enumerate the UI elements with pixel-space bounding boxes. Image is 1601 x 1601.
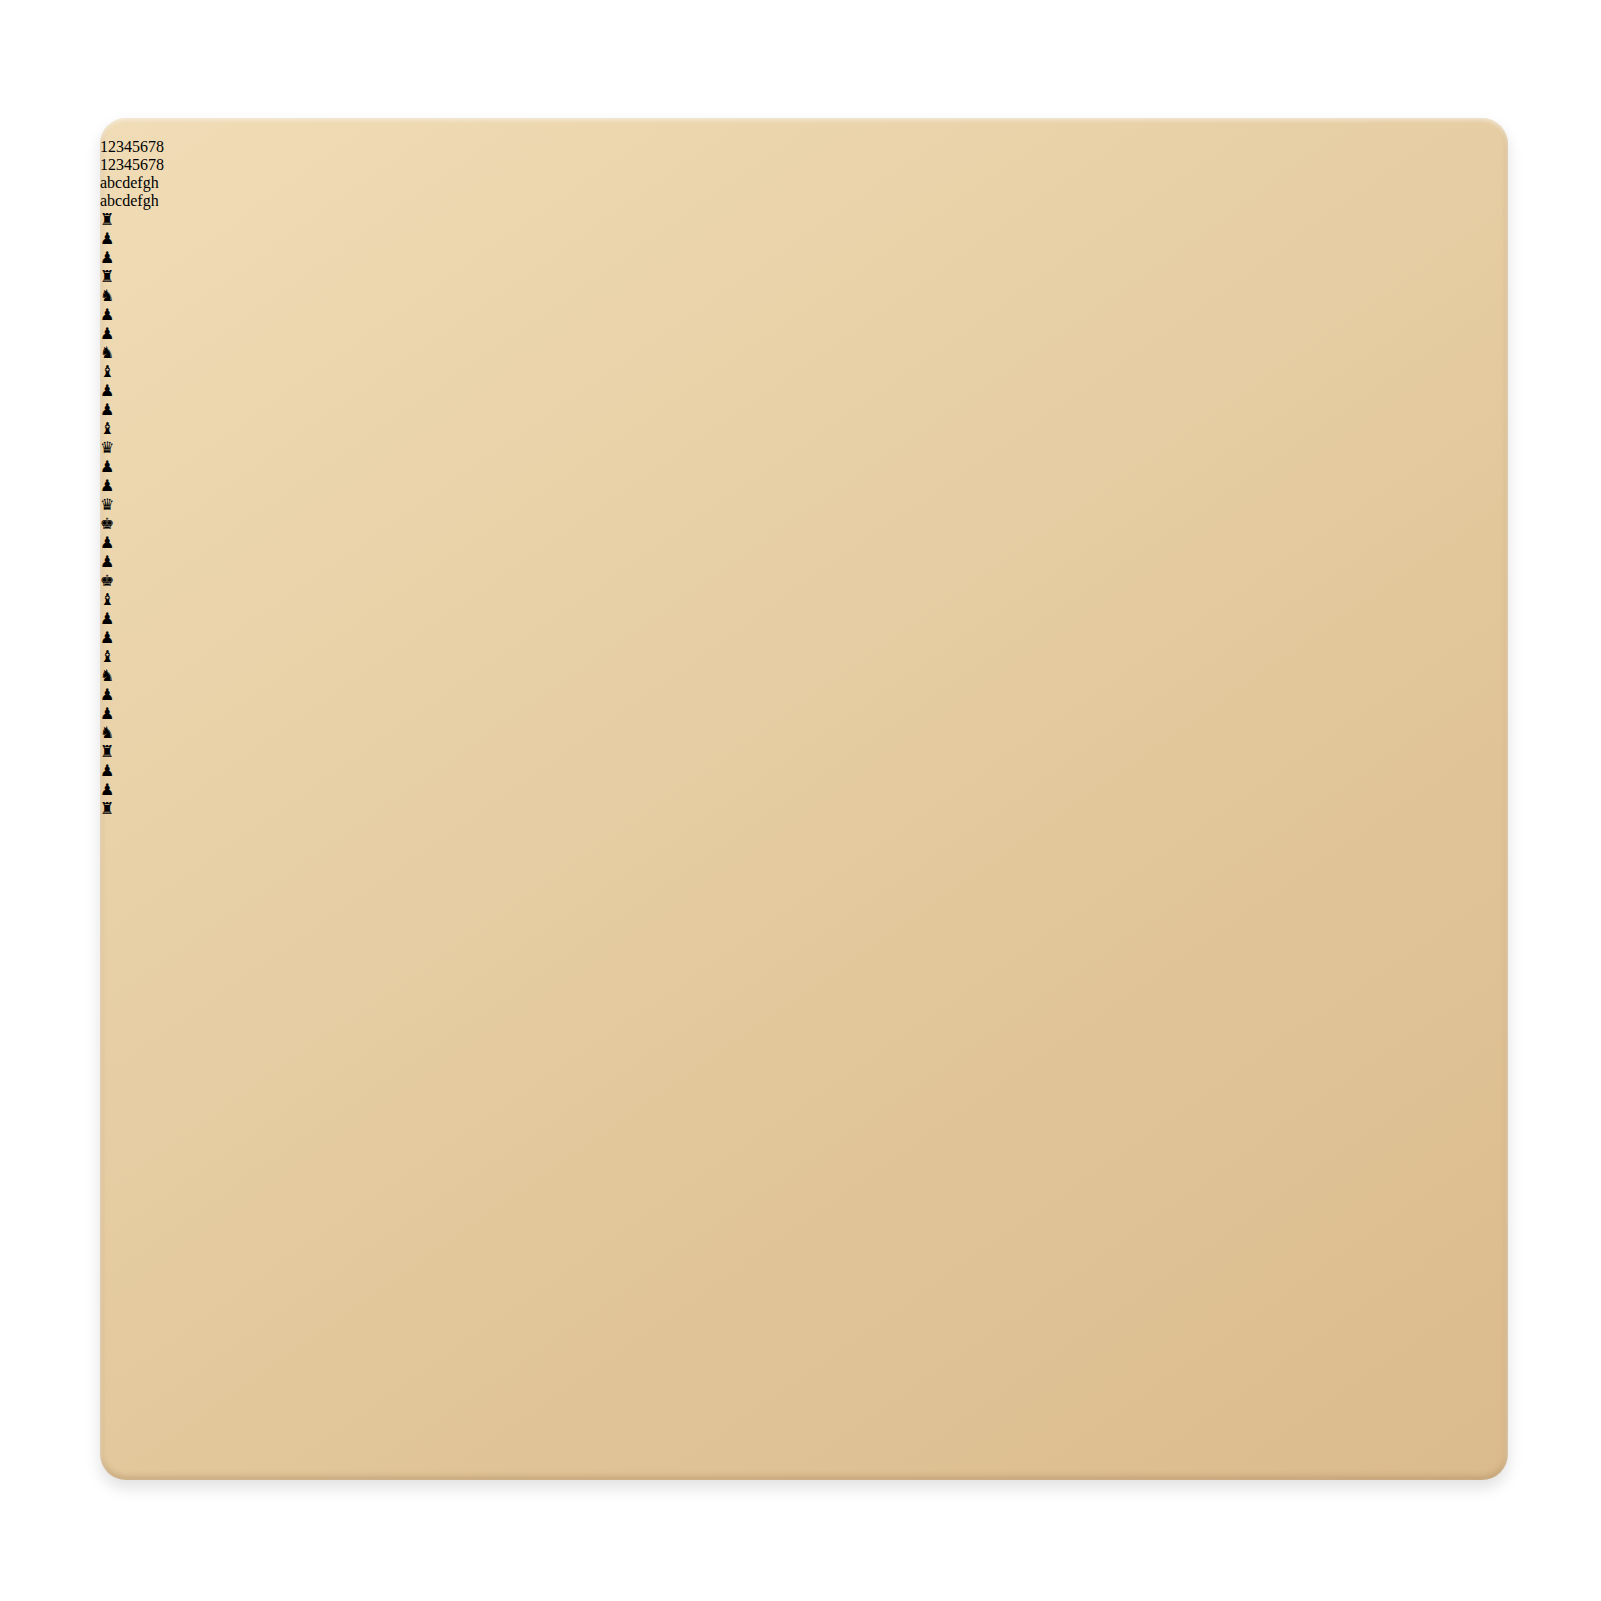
light-rook-h8: ♜ bbox=[100, 800, 114, 817]
square-f1: ♝ bbox=[100, 590, 1508, 609]
square-g8: ♞ bbox=[100, 723, 1508, 742]
light-queen-d8: ♛ bbox=[100, 496, 114, 513]
file-label: h bbox=[151, 174, 159, 191]
rank-label: 8 bbox=[156, 156, 164, 173]
dark-rook-h1: ♜ bbox=[100, 743, 114, 760]
wood-knot bbox=[100, 118, 152, 129]
square-b2: ♟ bbox=[100, 305, 1508, 324]
light-pawn-b7: ♟ bbox=[100, 325, 114, 342]
square-c1: ♝ bbox=[100, 362, 1508, 381]
square-f8: ♝ bbox=[100, 647, 1508, 666]
rank-label: 6 bbox=[140, 138, 148, 155]
light-bishop-f8: ♝ bbox=[100, 648, 114, 665]
square-b8: ♞ bbox=[100, 343, 1508, 362]
light-pawn-f7: ♟ bbox=[100, 629, 114, 646]
board-surface: 12345678 12345678 abcdefgh abcdefgh ♜♟♟♜… bbox=[100, 138, 1508, 818]
square-g2: ♟ bbox=[100, 685, 1508, 704]
rank-label: 6 bbox=[140, 156, 148, 173]
file-label: b bbox=[107, 174, 115, 191]
rank-label: 3 bbox=[116, 156, 124, 173]
light-bishop-c8: ♝ bbox=[100, 420, 114, 437]
dark-knight-g1: ♞ bbox=[100, 667, 114, 684]
rank-label: 2 bbox=[108, 138, 116, 155]
square-d1: ♛ bbox=[100, 438, 1508, 457]
square-h7: ♟ bbox=[100, 780, 1508, 799]
rank-labels-top: 12345678 bbox=[100, 138, 1508, 156]
file-labels-left: abcdefgh bbox=[100, 174, 1508, 192]
light-king-e8: ♚ bbox=[100, 572, 114, 589]
square-e1: ♚ bbox=[100, 514, 1508, 533]
dark-pawn-f2: ♟ bbox=[100, 610, 114, 627]
light-pawn-h7: ♟ bbox=[100, 781, 114, 798]
square-b1: ♞ bbox=[100, 286, 1508, 305]
square-b7: ♟ bbox=[100, 324, 1508, 343]
rank-label: 4 bbox=[124, 156, 132, 173]
dark-bishop-f1: ♝ bbox=[100, 591, 114, 608]
rank-label: 2 bbox=[108, 156, 116, 173]
square-c8: ♝ bbox=[100, 419, 1508, 438]
wood-crack bbox=[100, 129, 120, 138]
square-d8: ♛ bbox=[100, 495, 1508, 514]
rank-label: 5 bbox=[132, 156, 140, 173]
file-label: g bbox=[143, 174, 151, 191]
square-c7: ♟ bbox=[100, 400, 1508, 419]
dark-pawn-h2: ♟ bbox=[100, 762, 114, 779]
square-a2: ♟ bbox=[100, 229, 1508, 248]
square-f2: ♟ bbox=[100, 609, 1508, 628]
square-f7: ♟ bbox=[100, 628, 1508, 647]
square-e8: ♚ bbox=[100, 571, 1508, 590]
square-e7: ♟ bbox=[100, 552, 1508, 571]
rank-label: 7 bbox=[148, 156, 156, 173]
dark-pawn-g2: ♟ bbox=[100, 686, 114, 703]
square-d7: ♟ bbox=[100, 476, 1508, 495]
rank-label: 1 bbox=[100, 156, 108, 173]
board: ♜♟♟♜♞♟♟♞♝♟♟♝♛♟♟♛♚♟♟♚♝♟♟♝♞♟♟♞♜♟♟♜ bbox=[100, 210, 1508, 818]
square-h2: ♟ bbox=[100, 761, 1508, 780]
square-g1: ♞ bbox=[100, 666, 1508, 685]
rank-label: 7 bbox=[148, 138, 156, 155]
square-c2: ♟ bbox=[100, 381, 1508, 400]
box-bottom-edge bbox=[100, 1418, 1508, 1480]
dark-pawn-a2: ♟ bbox=[100, 230, 114, 247]
file-label: h bbox=[151, 192, 159, 209]
file-label: b bbox=[107, 192, 115, 209]
light-knight-g8: ♞ bbox=[100, 724, 114, 741]
dark-pawn-e2: ♟ bbox=[100, 534, 114, 551]
square-h1: ♜ bbox=[100, 742, 1508, 761]
square-e2: ♟ bbox=[100, 533, 1508, 552]
rank-label: 1 bbox=[100, 138, 108, 155]
light-pawn-d7: ♟ bbox=[100, 477, 114, 494]
wooden-box-frame: 12345678 12345678 abcdefgh abcdefgh ♜♟♟♜… bbox=[100, 118, 1508, 1480]
dark-bishop-c1: ♝ bbox=[100, 363, 114, 380]
square-g7: ♟ bbox=[100, 704, 1508, 723]
file-labels-right: abcdefgh bbox=[100, 192, 1508, 210]
dark-pawn-d2: ♟ bbox=[100, 458, 114, 475]
light-pawn-g7: ♟ bbox=[100, 705, 114, 722]
light-pawn-a7: ♟ bbox=[100, 249, 114, 266]
light-rook-a8: ♜ bbox=[100, 268, 114, 285]
chess-set-photo: 12345678 12345678 abcdefgh abcdefgh ♜♟♟♜… bbox=[0, 0, 1601, 1601]
dark-rook-a1: ♜ bbox=[100, 211, 114, 228]
square-a8: ♜ bbox=[100, 267, 1508, 286]
square-h8: ♜ bbox=[100, 799, 1508, 818]
rank-label: 4 bbox=[124, 138, 132, 155]
light-knight-b8: ♞ bbox=[100, 344, 114, 361]
square-d2: ♟ bbox=[100, 457, 1508, 476]
rank-label: 5 bbox=[132, 138, 140, 155]
square-a1: ♜ bbox=[100, 210, 1508, 229]
dark-queen-d1: ♛ bbox=[100, 439, 114, 456]
light-pawn-c7: ♟ bbox=[100, 401, 114, 418]
square-a7: ♟ bbox=[100, 248, 1508, 267]
rank-label: 3 bbox=[116, 138, 124, 155]
dark-pawn-c2: ♟ bbox=[100, 382, 114, 399]
light-pawn-e7: ♟ bbox=[100, 553, 114, 570]
rank-labels-bottom: 12345678 bbox=[100, 156, 1508, 174]
dark-knight-b1: ♞ bbox=[100, 287, 114, 304]
file-label: g bbox=[143, 192, 151, 209]
dark-king-e1: ♚ bbox=[100, 515, 114, 532]
rank-label: 8 bbox=[156, 138, 164, 155]
dark-pawn-b2: ♟ bbox=[100, 306, 114, 323]
